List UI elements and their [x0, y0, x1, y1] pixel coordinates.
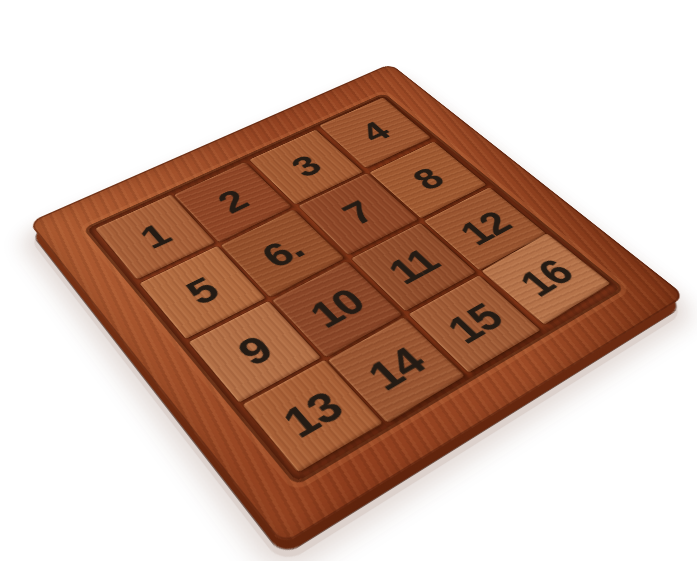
tile-number: 1 — [133, 219, 176, 254]
tile-3[interactable]: 3 — [249, 130, 363, 205]
tile-8[interactable]: 8 — [370, 141, 487, 218]
board-recess: 123456.78910111213141516 — [87, 95, 621, 482]
tile-number: 15 — [439, 297, 510, 349]
tile-number: 11 — [381, 243, 447, 289]
tile-number: 3 — [285, 151, 328, 182]
tile-number: 7 — [335, 196, 380, 230]
tile-2[interactable]: 2 — [174, 162, 291, 242]
tile-number: 10 — [302, 283, 372, 334]
tile-7[interactable]: 7 — [298, 173, 417, 254]
tile-4[interactable]: 4 — [320, 98, 431, 168]
tile-12[interactable]: 12 — [424, 187, 546, 270]
tile-number: 12 — [453, 206, 519, 250]
tile-number: 16 — [512, 254, 581, 303]
tile-number: 6. — [254, 232, 310, 273]
tile-number: 8 — [406, 163, 451, 195]
tile-number: 2 — [211, 185, 255, 218]
tile-number: 14 — [360, 341, 433, 397]
tile-number: 5 — [179, 272, 225, 311]
puzzle-board: 123456.78910111213141516 — [29, 64, 686, 546]
tile-number: 4 — [354, 117, 396, 146]
puzzle-photo: 123456.78910111213141516 — [112, 23, 582, 493]
tile-number: 9 — [230, 330, 279, 372]
tile-number: 13 — [275, 385, 350, 445]
